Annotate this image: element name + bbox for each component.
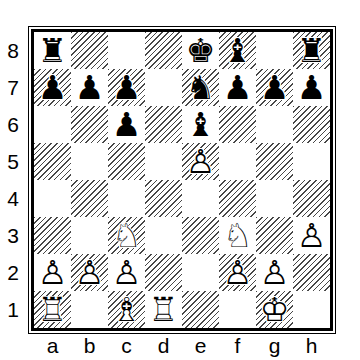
square-d3[interactable] bbox=[145, 217, 182, 254]
square-g5[interactable] bbox=[256, 143, 293, 180]
black-pawn-b7: ♟ bbox=[71, 69, 108, 106]
rank-label-3: 3 bbox=[0, 217, 26, 254]
black-pawn-c6: ♟ bbox=[108, 106, 145, 143]
white-pawn-c2: ♟♙ bbox=[108, 254, 145, 291]
black-rook-h8: ♜ bbox=[293, 32, 330, 69]
square-b3[interactable] bbox=[71, 217, 108, 254]
square-e5[interactable]: ♟♙ bbox=[182, 143, 219, 180]
board-border: ♜♚♝♜♟♟♟♞♟♟♟♟♝♟♙♞♘♞♘♟♙♟♙♟♙♟♙♟♙♟♙♜♖♝♗♜♖♚♔ bbox=[31, 29, 333, 331]
square-b2[interactable]: ♟♙ bbox=[71, 254, 108, 291]
square-c1[interactable]: ♝♗ bbox=[108, 291, 145, 328]
square-c7[interactable]: ♟ bbox=[108, 69, 145, 106]
square-g6[interactable] bbox=[256, 106, 293, 143]
square-a7[interactable]: ♟ bbox=[34, 69, 71, 106]
square-f1[interactable] bbox=[219, 291, 256, 328]
square-f3[interactable]: ♞♘ bbox=[219, 217, 256, 254]
square-b5[interactable] bbox=[71, 143, 108, 180]
square-h6[interactable] bbox=[293, 106, 330, 143]
black-rook-a8: ♜ bbox=[34, 32, 71, 69]
square-g1[interactable]: ♚♔ bbox=[256, 291, 293, 328]
square-e7[interactable]: ♞ bbox=[182, 69, 219, 106]
file-label-c: c bbox=[108, 334, 145, 358]
file-labels: abcdefgh bbox=[34, 334, 330, 358]
file-label-h: h bbox=[293, 334, 330, 358]
square-c3[interactable]: ♞♘ bbox=[108, 217, 145, 254]
white-king-g1: ♚♔ bbox=[256, 291, 293, 328]
square-f8[interactable]: ♝ bbox=[219, 32, 256, 69]
white-knight-c3: ♞♘ bbox=[108, 217, 145, 254]
black-pawn-c7: ♟ bbox=[108, 69, 145, 106]
rank-label-8: 8 bbox=[0, 32, 26, 69]
black-bishop-f8: ♝ bbox=[219, 32, 256, 69]
square-h2[interactable] bbox=[293, 254, 330, 291]
file-label-g: g bbox=[256, 334, 293, 358]
white-pawn-h3: ♟♙ bbox=[293, 217, 330, 254]
square-b1[interactable] bbox=[71, 291, 108, 328]
square-g4[interactable] bbox=[256, 180, 293, 217]
square-d2[interactable] bbox=[145, 254, 182, 291]
square-c5[interactable] bbox=[108, 143, 145, 180]
file-label-e: e bbox=[182, 334, 219, 358]
black-pawn-f7: ♟ bbox=[219, 69, 256, 106]
square-b6[interactable] bbox=[71, 106, 108, 143]
square-a8[interactable]: ♜ bbox=[34, 32, 71, 69]
rank-label-7: 7 bbox=[0, 69, 26, 106]
white-knight-f3: ♞♘ bbox=[219, 217, 256, 254]
square-a4[interactable] bbox=[34, 180, 71, 217]
rank-label-5: 5 bbox=[0, 143, 26, 180]
file-label-b: b bbox=[71, 334, 108, 358]
chess-diagram: 87654321 ♜♚♝♜♟♟♟♞♟♟♟♟♝♟♙♞♘♞♘♟♙♟♙♟♙♟♙♟♙♟♙… bbox=[0, 0, 360, 360]
black-pawn-a7: ♟ bbox=[34, 69, 71, 106]
square-e1[interactable] bbox=[182, 291, 219, 328]
square-h4[interactable] bbox=[293, 180, 330, 217]
board-frame: ♜♚♝♜♟♟♟♞♟♟♟♟♝♟♙♞♘♞♘♟♙♟♙♟♙♟♙♟♙♟♙♜♖♝♗♜♖♚♔ bbox=[28, 26, 336, 334]
square-h8[interactable]: ♜ bbox=[293, 32, 330, 69]
square-b8[interactable] bbox=[71, 32, 108, 69]
square-g2[interactable]: ♟♙ bbox=[256, 254, 293, 291]
square-e3[interactable] bbox=[182, 217, 219, 254]
square-h5[interactable] bbox=[293, 143, 330, 180]
square-a2[interactable]: ♟♙ bbox=[34, 254, 71, 291]
square-e8[interactable]: ♚ bbox=[182, 32, 219, 69]
square-b7[interactable]: ♟ bbox=[71, 69, 108, 106]
square-g8[interactable] bbox=[256, 32, 293, 69]
rank-label-1: 1 bbox=[0, 291, 26, 328]
square-g3[interactable] bbox=[256, 217, 293, 254]
square-a1[interactable]: ♜♖ bbox=[34, 291, 71, 328]
square-d7[interactable] bbox=[145, 69, 182, 106]
white-pawn-b2: ♟♙ bbox=[71, 254, 108, 291]
square-c6[interactable]: ♟ bbox=[108, 106, 145, 143]
black-knight-e7: ♞ bbox=[182, 69, 219, 106]
white-rook-a1: ♜♖ bbox=[34, 291, 71, 328]
file-label-a: a bbox=[34, 334, 71, 358]
square-d5[interactable] bbox=[145, 143, 182, 180]
square-e4[interactable] bbox=[182, 180, 219, 217]
white-pawn-a2: ♟♙ bbox=[34, 254, 71, 291]
square-c4[interactable] bbox=[108, 180, 145, 217]
file-label-d: d bbox=[145, 334, 182, 358]
square-c2[interactable]: ♟♙ bbox=[108, 254, 145, 291]
white-rook-d1: ♜♖ bbox=[145, 291, 182, 328]
file-label-f: f bbox=[219, 334, 256, 358]
square-e6[interactable]: ♝ bbox=[182, 106, 219, 143]
square-e2[interactable] bbox=[182, 254, 219, 291]
square-f2[interactable]: ♟♙ bbox=[219, 254, 256, 291]
square-c8[interactable] bbox=[108, 32, 145, 69]
rank-label-2: 2 bbox=[0, 254, 26, 291]
square-d6[interactable] bbox=[145, 106, 182, 143]
square-f6[interactable] bbox=[219, 106, 256, 143]
square-d1[interactable]: ♜♖ bbox=[145, 291, 182, 328]
square-d8[interactable] bbox=[145, 32, 182, 69]
white-pawn-f2: ♟♙ bbox=[219, 254, 256, 291]
square-h3[interactable]: ♟♙ bbox=[293, 217, 330, 254]
black-pawn-h7: ♟ bbox=[293, 69, 330, 106]
square-a6[interactable] bbox=[34, 106, 71, 143]
white-pawn-g2: ♟♙ bbox=[256, 254, 293, 291]
square-h7[interactable]: ♟ bbox=[293, 69, 330, 106]
white-bishop-c1: ♝♗ bbox=[108, 291, 145, 328]
black-king-e8: ♚ bbox=[182, 32, 219, 69]
rank-label-4: 4 bbox=[0, 180, 26, 217]
square-f7[interactable]: ♟ bbox=[219, 69, 256, 106]
rank-labels: 87654321 bbox=[0, 32, 26, 328]
black-bishop-e6: ♝ bbox=[182, 106, 219, 143]
square-f5[interactable] bbox=[219, 143, 256, 180]
white-pawn-e5: ♟♙ bbox=[182, 143, 219, 180]
square-d4[interactable] bbox=[145, 180, 182, 217]
rank-label-6: 6 bbox=[0, 106, 26, 143]
black-pawn-g7: ♟ bbox=[256, 69, 293, 106]
square-a3[interactable] bbox=[34, 217, 71, 254]
square-h1[interactable] bbox=[293, 291, 330, 328]
square-f4[interactable] bbox=[219, 180, 256, 217]
board-grid: ♜♚♝♜♟♟♟♞♟♟♟♟♝♟♙♞♘♞♘♟♙♟♙♟♙♟♙♟♙♟♙♜♖♝♗♜♖♚♔ bbox=[34, 32, 330, 328]
square-b4[interactable] bbox=[71, 180, 108, 217]
square-a5[interactable] bbox=[34, 143, 71, 180]
square-g7[interactable]: ♟ bbox=[256, 69, 293, 106]
